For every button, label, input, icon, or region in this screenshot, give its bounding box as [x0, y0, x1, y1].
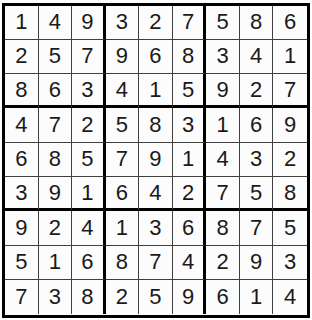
sudoku-cell[interactable]: 3	[206, 40, 240, 74]
sudoku-cell[interactable]: 9	[106, 40, 140, 74]
sudoku-cell[interactable]: 7	[240, 211, 274, 245]
sudoku-cell[interactable]: 5	[240, 177, 274, 211]
sudoku-cell[interactable]: 7	[106, 143, 140, 177]
sudoku-cell[interactable]: 2	[72, 108, 106, 142]
sudoku-cell[interactable]: 1	[273, 40, 307, 74]
sudoku-cell[interactable]: 4	[173, 246, 207, 280]
sudoku-cell[interactable]: 6	[139, 40, 173, 74]
sudoku-cell[interactable]: 7	[139, 246, 173, 280]
sudoku-cell[interactable]: 1	[206, 108, 240, 142]
sudoku-cell[interactable]: 5	[206, 6, 240, 40]
sudoku-cell[interactable]: 7	[39, 108, 73, 142]
sudoku-cell[interactable]: 2	[139, 6, 173, 40]
sudoku-cell[interactable]: 7	[173, 6, 207, 40]
sudoku-cell[interactable]: 4	[273, 280, 307, 314]
sudoku-cell[interactable]: 7	[273, 74, 307, 108]
sudoku-cell[interactable]: 6	[106, 177, 140, 211]
sudoku-cell[interactable]: 2	[5, 40, 39, 74]
sudoku-cell[interactable]: 3	[273, 246, 307, 280]
sudoku-cell[interactable]: 6	[72, 246, 106, 280]
sudoku-cell[interactable]: 7	[5, 280, 39, 314]
sudoku-cell[interactable]: 4	[39, 6, 73, 40]
sudoku-cell[interactable]: 5	[39, 40, 73, 74]
sudoku-cell[interactable]: 1	[39, 246, 73, 280]
sudoku-cell[interactable]: 4	[206, 143, 240, 177]
sudoku-cell[interactable]: 9	[240, 246, 274, 280]
sudoku-cell[interactable]: 4	[139, 177, 173, 211]
sudoku-cell[interactable]: 7	[72, 40, 106, 74]
sudoku-cell[interactable]: 3	[240, 143, 274, 177]
sudoku-cell[interactable]: 6	[173, 211, 207, 245]
sudoku-cell[interactable]: 4	[240, 40, 274, 74]
sudoku-cell[interactable]: 5	[173, 74, 207, 108]
sudoku-cell[interactable]: 9	[273, 108, 307, 142]
sudoku-cell[interactable]: 8	[39, 143, 73, 177]
sudoku-cell[interactable]: 9	[72, 6, 106, 40]
sudoku-cell[interactable]: 8	[139, 108, 173, 142]
sudoku-cell[interactable]: 1	[240, 280, 274, 314]
sudoku-cell[interactable]: 1	[173, 143, 207, 177]
sudoku-cell[interactable]: 2	[39, 211, 73, 245]
sudoku-cell[interactable]: 4	[5, 108, 39, 142]
sudoku-cell[interactable]: 6	[273, 6, 307, 40]
sudoku-cell[interactable]: 8	[240, 6, 274, 40]
sudoku-cell[interactable]: 1	[5, 6, 39, 40]
sudoku-cell[interactable]: 9	[39, 177, 73, 211]
sudoku-cell[interactable]: 6	[39, 74, 73, 108]
sudoku-cell[interactable]: 1	[72, 177, 106, 211]
sudoku-cell[interactable]: 2	[206, 246, 240, 280]
sudoku-cell[interactable]: 6	[5, 143, 39, 177]
sudoku-cell[interactable]: 9	[173, 280, 207, 314]
sudoku-cell[interactable]: 2	[173, 177, 207, 211]
sudoku-cell[interactable]: 5	[5, 246, 39, 280]
sudoku-cell[interactable]: 3	[106, 6, 140, 40]
sudoku-cell[interactable]: 8	[106, 246, 140, 280]
sudoku-cell[interactable]: 4	[106, 74, 140, 108]
sudoku-cell[interactable]: 2	[106, 280, 140, 314]
sudoku-cell[interactable]: 3	[39, 280, 73, 314]
sudoku-cell[interactable]: 9	[139, 143, 173, 177]
sudoku-cell[interactable]: 9	[206, 74, 240, 108]
sudoku-cell[interactable]: 5	[273, 211, 307, 245]
sudoku-cell[interactable]: 5	[139, 280, 173, 314]
sudoku-board: 1493275862579683418634159274725831696857…	[2, 3, 310, 318]
sudoku-cell[interactable]: 5	[106, 108, 140, 142]
sudoku-cell[interactable]: 6	[240, 108, 274, 142]
sudoku-cell[interactable]: 5	[72, 143, 106, 177]
sudoku-cell[interactable]: 2	[273, 143, 307, 177]
sudoku-cell[interactable]: 8	[173, 40, 207, 74]
sudoku-cell[interactable]: 9	[5, 211, 39, 245]
sudoku-cell[interactable]: 3	[5, 177, 39, 211]
sudoku-cell[interactable]: 8	[206, 211, 240, 245]
sudoku-cell[interactable]: 3	[173, 108, 207, 142]
sudoku-cell[interactable]: 8	[273, 177, 307, 211]
sudoku-cell[interactable]: 8	[5, 74, 39, 108]
sudoku-cell[interactable]: 1	[139, 74, 173, 108]
sudoku-cell[interactable]: 4	[72, 211, 106, 245]
sudoku-cell[interactable]: 7	[206, 177, 240, 211]
sudoku-cell[interactable]: 2	[240, 74, 274, 108]
sudoku-cell[interactable]: 3	[139, 211, 173, 245]
sudoku-cell[interactable]: 6	[206, 280, 240, 314]
sudoku-cell[interactable]: 3	[72, 74, 106, 108]
sudoku-cell[interactable]: 1	[106, 211, 140, 245]
sudoku-cell[interactable]: 8	[72, 280, 106, 314]
